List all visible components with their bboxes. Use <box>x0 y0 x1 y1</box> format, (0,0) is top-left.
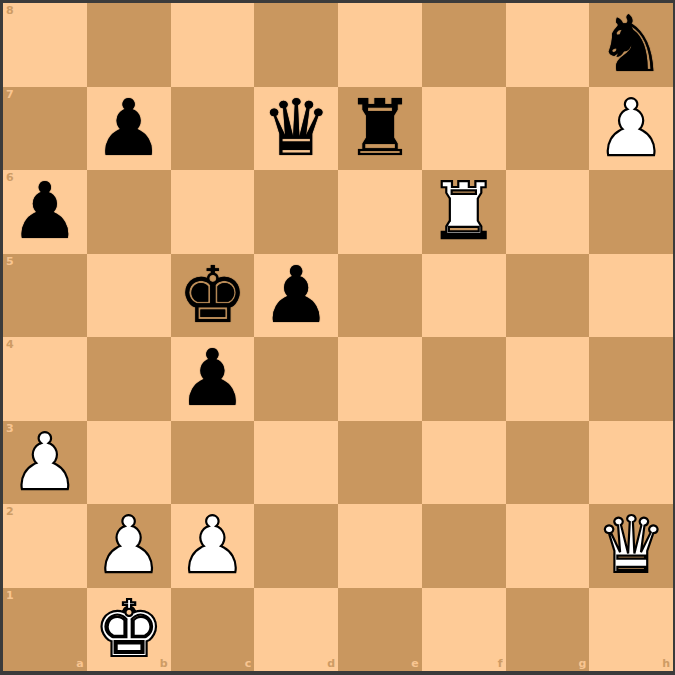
square-g6[interactable] <box>506 170 590 254</box>
square-f7[interactable] <box>422 87 506 171</box>
square-e7[interactable]: ♜ <box>338 87 422 171</box>
piece-white-pawn[interactable]: ♟ <box>589 87 673 171</box>
file-label-e: e <box>411 658 418 669</box>
piece-black-pawn[interactable]: ♟ <box>3 170 87 254</box>
square-b7[interactable]: ♟ <box>87 87 171 171</box>
file-label-c: c <box>245 658 252 669</box>
piece-white-pawn[interactable]: ♟ <box>3 421 87 505</box>
rank-label-5: 5 <box>6 256 14 267</box>
square-e8[interactable] <box>338 3 422 87</box>
square-g4[interactable] <box>506 337 590 421</box>
square-e1[interactable]: e <box>338 588 422 672</box>
rank-label-4: 4 <box>6 339 14 350</box>
square-g3[interactable] <box>506 421 590 505</box>
piece-white-rook[interactable]: ♜ <box>422 170 506 254</box>
square-a7[interactable]: 7 <box>3 87 87 171</box>
piece-white-queen[interactable]: ♛ <box>589 504 673 588</box>
square-d5[interactable]: ♟ <box>254 254 338 338</box>
square-a4[interactable]: 4 <box>3 337 87 421</box>
square-a3[interactable]: 3♟ <box>3 421 87 505</box>
square-a1[interactable]: 1a <box>3 588 87 672</box>
square-c5[interactable]: ♚ <box>171 254 255 338</box>
square-a6[interactable]: 6♟ <box>3 170 87 254</box>
square-f5[interactable] <box>422 254 506 338</box>
piece-white-pawn[interactable]: ♟ <box>87 504 171 588</box>
square-f6[interactable]: ♜ <box>422 170 506 254</box>
square-f8[interactable] <box>422 3 506 87</box>
square-e3[interactable] <box>338 421 422 505</box>
square-h2[interactable]: ♛ <box>589 504 673 588</box>
piece-black-king[interactable]: ♚ <box>171 254 255 338</box>
piece-black-pawn[interactable]: ♟ <box>254 254 338 338</box>
square-d1[interactable]: d <box>254 588 338 672</box>
piece-white-king[interactable]: ♚ <box>87 588 171 672</box>
square-b1[interactable]: b♚ <box>87 588 171 672</box>
square-h5[interactable] <box>589 254 673 338</box>
square-b4[interactable] <box>87 337 171 421</box>
square-g8[interactable] <box>506 3 590 87</box>
square-d6[interactable] <box>254 170 338 254</box>
rank-label-8: 8 <box>6 5 14 16</box>
square-c1[interactable]: c <box>171 588 255 672</box>
file-label-g: g <box>578 658 586 669</box>
square-a8[interactable]: 8 <box>3 3 87 87</box>
piece-black-pawn[interactable]: ♟ <box>87 87 171 171</box>
file-label-f: f <box>498 658 503 669</box>
chess-board: 8♞7♟♛♜♟6♟♜5♚♟4♟3♟2♟♟♛1ab♚cdefgh <box>3 3 673 671</box>
square-h1[interactable]: h <box>589 588 673 672</box>
square-e4[interactable] <box>338 337 422 421</box>
square-f1[interactable]: f <box>422 588 506 672</box>
square-h4[interactable] <box>589 337 673 421</box>
piece-black-queen[interactable]: ♛ <box>254 87 338 171</box>
rank-label-7: 7 <box>6 89 14 100</box>
square-h3[interactable] <box>589 421 673 505</box>
square-g2[interactable] <box>506 504 590 588</box>
file-label-d: d <box>327 658 335 669</box>
square-f4[interactable] <box>422 337 506 421</box>
piece-white-pawn[interactable]: ♟ <box>171 504 255 588</box>
square-d2[interactable] <box>254 504 338 588</box>
piece-black-pawn[interactable]: ♟ <box>171 337 255 421</box>
file-label-a: a <box>76 658 83 669</box>
square-h6[interactable] <box>589 170 673 254</box>
square-e5[interactable] <box>338 254 422 338</box>
square-c7[interactable] <box>171 87 255 171</box>
rank-label-1: 1 <box>6 590 14 601</box>
piece-black-rook[interactable]: ♜ <box>338 87 422 171</box>
square-d4[interactable] <box>254 337 338 421</box>
square-b6[interactable] <box>87 170 171 254</box>
square-f2[interactable] <box>422 504 506 588</box>
square-g1[interactable]: g <box>506 588 590 672</box>
square-b5[interactable] <box>87 254 171 338</box>
square-c6[interactable] <box>171 170 255 254</box>
square-a2[interactable]: 2 <box>3 504 87 588</box>
square-c2[interactable]: ♟ <box>171 504 255 588</box>
square-c4[interactable]: ♟ <box>171 337 255 421</box>
square-d7[interactable]: ♛ <box>254 87 338 171</box>
square-e2[interactable] <box>338 504 422 588</box>
square-b8[interactable] <box>87 3 171 87</box>
square-c3[interactable] <box>171 421 255 505</box>
piece-black-knight[interactable]: ♞ <box>589 3 673 87</box>
square-h7[interactable]: ♟ <box>589 87 673 171</box>
square-g7[interactable] <box>506 87 590 171</box>
square-a5[interactable]: 5 <box>3 254 87 338</box>
square-h8[interactable]: ♞ <box>589 3 673 87</box>
square-e6[interactable] <box>338 170 422 254</box>
square-b3[interactable] <box>87 421 171 505</box>
square-b2[interactable]: ♟ <box>87 504 171 588</box>
rank-label-2: 2 <box>6 506 14 517</box>
square-g5[interactable] <box>506 254 590 338</box>
square-d3[interactable] <box>254 421 338 505</box>
square-d8[interactable] <box>254 3 338 87</box>
file-label-h: h <box>662 658 670 669</box>
square-c8[interactable] <box>171 3 255 87</box>
square-f3[interactable] <box>422 421 506 505</box>
chess-board-frame: 8♞7♟♛♜♟6♟♜5♚♟4♟3♟2♟♟♛1ab♚cdefgh <box>0 0 675 675</box>
